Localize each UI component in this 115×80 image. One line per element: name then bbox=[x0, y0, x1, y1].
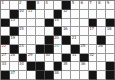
white-cell-r1c2[interactable] bbox=[10, 1, 19, 10]
white-cell-r5c4[interactable] bbox=[27, 36, 36, 45]
white-cell-r8c10[interactable]: 36 bbox=[80, 62, 89, 71]
white-cell-r1c7[interactable] bbox=[54, 1, 63, 10]
clue-number: 21 bbox=[72, 36, 77, 41]
clue-number: 17 bbox=[89, 27, 94, 32]
white-cell-r1c3[interactable]: 2 bbox=[19, 1, 28, 10]
white-cell-r6c13[interactable] bbox=[106, 45, 115, 54]
black-cell-r1c4 bbox=[27, 1, 36, 10]
white-cell-r3c7[interactable]: 14 bbox=[54, 19, 63, 28]
white-cell-r4c8[interactable]: 16 bbox=[62, 27, 71, 36]
white-cell-r2c1[interactable] bbox=[1, 10, 10, 19]
black-cell-r5c6 bbox=[45, 36, 54, 45]
black-cell-r4c7 bbox=[54, 27, 63, 36]
clue-number: 29 bbox=[28, 53, 33, 58]
clue-number: 31 bbox=[72, 53, 77, 58]
white-cell-r5c5[interactable] bbox=[36, 36, 45, 45]
white-cell-r2c10[interactable] bbox=[80, 10, 89, 19]
black-cell-r9c1 bbox=[1, 71, 10, 80]
white-cell-r5c2[interactable]: 19 bbox=[10, 36, 19, 45]
black-cell-r3c1 bbox=[1, 19, 10, 28]
white-cell-r9c2[interactable]: 37 bbox=[10, 71, 19, 80]
clue-number: 5 bbox=[72, 1, 74, 6]
black-cell-r3c11 bbox=[89, 19, 98, 28]
black-cell-r5c1 bbox=[1, 36, 10, 45]
black-cell-r8c5 bbox=[36, 62, 45, 71]
black-cell-r6c5 bbox=[36, 45, 45, 54]
clue-number: 14 bbox=[54, 18, 59, 23]
white-cell-r9c9[interactable] bbox=[71, 71, 80, 80]
black-cell-r6c9 bbox=[71, 45, 80, 54]
black-cell-r9c13 bbox=[106, 71, 115, 80]
white-cell-r9c4[interactable] bbox=[27, 71, 36, 80]
clue-number: 28 bbox=[10, 53, 15, 58]
white-cell-r5c13[interactable] bbox=[106, 36, 115, 45]
black-cell-r2c7 bbox=[54, 10, 63, 19]
white-cell-r7c11[interactable]: 32 bbox=[89, 54, 98, 63]
clue-number: 20 bbox=[54, 36, 59, 41]
white-cell-r2c5[interactable] bbox=[36, 10, 45, 19]
white-cell-r2c12[interactable] bbox=[97, 10, 106, 19]
clue-number: 4 bbox=[45, 1, 47, 6]
white-cell-r3c10[interactable] bbox=[80, 19, 89, 28]
clue-number: 37 bbox=[10, 71, 15, 76]
black-cell-r6c2 bbox=[10, 45, 19, 54]
white-cell-r6c4[interactable] bbox=[27, 45, 36, 54]
white-cell-r1c5[interactable]: 3 bbox=[36, 1, 45, 10]
white-cell-r3c12[interactable] bbox=[97, 19, 106, 28]
white-cell-r4c3[interactable]: 15 bbox=[19, 27, 28, 36]
black-cell-r3c6 bbox=[45, 19, 54, 28]
white-cell-r4c5[interactable] bbox=[36, 27, 45, 36]
clue-number: 27 bbox=[2, 53, 7, 58]
white-cell-r8c9[interactable] bbox=[71, 62, 80, 71]
white-cell-r4c11[interactable]: 17 bbox=[89, 27, 98, 36]
white-cell-r9c8[interactable] bbox=[62, 71, 71, 80]
white-cell-r4c6[interactable] bbox=[45, 27, 54, 36]
white-cell-r5c3[interactable] bbox=[19, 36, 28, 45]
white-cell-r4c12[interactable] bbox=[97, 27, 106, 36]
white-cell-r6c8[interactable] bbox=[62, 45, 71, 54]
white-cell-r7c4[interactable]: 29 bbox=[27, 54, 36, 63]
white-cell-r1c12[interactable]: 8 bbox=[97, 1, 106, 10]
black-cell-r5c8 bbox=[62, 36, 71, 45]
white-cell-r1c10[interactable]: 6 bbox=[80, 1, 89, 10]
white-cell-r8c12[interactable] bbox=[97, 62, 106, 71]
black-cell-r9c6 bbox=[45, 71, 54, 80]
white-cell-r7c2[interactable]: 28 bbox=[10, 54, 19, 63]
white-cell-r8c8[interactable]: 35 bbox=[62, 62, 71, 71]
white-cell-r2c6[interactable] bbox=[45, 10, 54, 19]
clue-number: 12 bbox=[63, 9, 68, 14]
clue-number: 35 bbox=[63, 62, 68, 67]
clue-number: 19 bbox=[10, 36, 15, 41]
white-cell-r2c3[interactable]: 10 bbox=[19, 10, 28, 19]
white-cell-r3c3[interactable] bbox=[19, 19, 28, 28]
black-cell-r9c11 bbox=[89, 71, 98, 80]
clue-number: 8 bbox=[98, 1, 100, 6]
clue-number: 7 bbox=[89, 1, 91, 6]
white-cell-r3c4[interactable] bbox=[27, 19, 36, 28]
black-cell-r7c8 bbox=[62, 54, 71, 63]
white-cell-r9c3[interactable] bbox=[19, 71, 28, 80]
black-cell-r6c6 bbox=[45, 45, 54, 54]
white-cell-r2c4[interactable]: 11 bbox=[27, 10, 36, 19]
clue-number: 10 bbox=[19, 9, 24, 14]
white-cell-r2c8[interactable]: 12 bbox=[62, 10, 71, 19]
white-cell-r2c13[interactable] bbox=[106, 10, 115, 19]
white-cell-r4c9[interactable] bbox=[71, 27, 80, 36]
white-cell-r6c3[interactable]: 23 bbox=[19, 45, 28, 54]
clue-number: 11 bbox=[28, 9, 33, 14]
black-cell-r8c7 bbox=[54, 62, 63, 71]
white-cell-r7c12[interactable] bbox=[97, 54, 106, 63]
clue-number: 34 bbox=[19, 62, 24, 67]
black-cell-r7c3 bbox=[19, 54, 28, 63]
white-cell-r8c6[interactable] bbox=[45, 62, 54, 71]
clue-number: 9 bbox=[107, 1, 109, 6]
clue-number: 30 bbox=[45, 53, 50, 58]
clue-number: 26 bbox=[98, 44, 103, 49]
black-cell-r4c2 bbox=[10, 27, 19, 36]
black-cell-r8c13 bbox=[106, 62, 115, 71]
clue-number: 25 bbox=[80, 44, 85, 49]
white-cell-r8c11[interactable] bbox=[89, 62, 98, 71]
white-cell-r1c13[interactable]: 9 bbox=[106, 1, 115, 10]
white-cell-r1c1[interactable]: 1 bbox=[1, 1, 10, 10]
white-cell-r6c11[interactable] bbox=[89, 45, 98, 54]
white-cell-r1c11[interactable]: 7 bbox=[89, 1, 98, 10]
white-cell-r7c5[interactable] bbox=[36, 54, 45, 63]
white-cell-r3c5[interactable] bbox=[36, 19, 45, 28]
clue-number: 33 bbox=[2, 62, 7, 67]
clue-number: 2 bbox=[19, 1, 21, 6]
black-cell-r5c12 bbox=[97, 36, 106, 45]
white-cell-r4c13[interactable]: 18 bbox=[106, 27, 115, 36]
white-cell-r3c2[interactable]: 13 bbox=[10, 19, 19, 28]
clue-number: 23 bbox=[19, 44, 24, 49]
white-cell-r3c9[interactable] bbox=[71, 19, 80, 28]
white-cell-r8c3[interactable]: 34 bbox=[19, 62, 28, 71]
black-cell-r7c10 bbox=[80, 54, 89, 63]
white-cell-r1c9[interactable]: 5 bbox=[71, 1, 80, 10]
white-cell-r8c2[interactable] bbox=[10, 62, 19, 71]
clue-number: 13 bbox=[10, 18, 15, 23]
white-cell-r6c7[interactable]: 24 bbox=[54, 45, 63, 54]
clue-number: 24 bbox=[54, 44, 59, 49]
clue-number: 3 bbox=[37, 1, 39, 6]
black-cell-r9c5 bbox=[36, 71, 45, 80]
clue-number: 15 bbox=[19, 27, 24, 32]
black-cell-r1c8 bbox=[62, 1, 71, 10]
white-cell-r3c8[interactable] bbox=[62, 19, 71, 28]
white-cell-r8c1[interactable]: 33 bbox=[1, 62, 10, 71]
white-cell-r7c13[interactable] bbox=[106, 54, 115, 63]
white-cell-r7c9[interactable]: 31 bbox=[71, 54, 80, 63]
clue-number: 18 bbox=[107, 27, 112, 32]
white-cell-r9c7[interactable]: 38 bbox=[54, 71, 63, 80]
white-cell-r4c4[interactable] bbox=[27, 27, 36, 36]
white-cell-r7c7[interactable] bbox=[54, 54, 63, 63]
clue-number: 6 bbox=[80, 1, 82, 6]
black-cell-r8c4 bbox=[27, 62, 36, 71]
white-cell-r7c6[interactable]: 30 bbox=[45, 54, 54, 63]
white-cell-r9c12[interactable] bbox=[97, 71, 106, 80]
white-cell-r2c9[interactable] bbox=[71, 10, 80, 19]
clue-number: 32 bbox=[89, 53, 94, 58]
clue-number: 38 bbox=[54, 71, 59, 76]
white-cell-r6c12[interactable]: 26 bbox=[97, 45, 106, 54]
white-cell-r4c1[interactable] bbox=[1, 27, 10, 36]
black-cell-r3c13 bbox=[106, 19, 115, 28]
white-cell-r6c1[interactable]: 22 bbox=[1, 45, 10, 54]
clue-number: 22 bbox=[2, 44, 7, 49]
white-cell-r6c10[interactable]: 25 bbox=[80, 45, 89, 54]
white-cell-r5c11[interactable] bbox=[89, 36, 98, 45]
white-cell-r7c1[interactable]: 27 bbox=[1, 54, 10, 63]
crossword-grid: 1234567891011121314151617181920212223242… bbox=[0, 0, 115, 80]
white-cell-r5c7[interactable]: 20 bbox=[54, 36, 63, 45]
white-cell-r5c9[interactable]: 21 bbox=[71, 36, 80, 45]
white-cell-r4c10[interactable] bbox=[80, 27, 89, 36]
black-cell-r2c2 bbox=[10, 10, 19, 19]
white-cell-r9c10[interactable] bbox=[80, 71, 89, 80]
white-cell-r1c6[interactable]: 4 bbox=[45, 1, 54, 10]
white-cell-r2c11[interactable] bbox=[89, 10, 98, 19]
clue-number: 16 bbox=[63, 27, 68, 32]
white-cell-r5c10[interactable] bbox=[80, 36, 89, 45]
clue-number: 36 bbox=[80, 62, 85, 67]
clue-number: 1 bbox=[2, 1, 4, 6]
